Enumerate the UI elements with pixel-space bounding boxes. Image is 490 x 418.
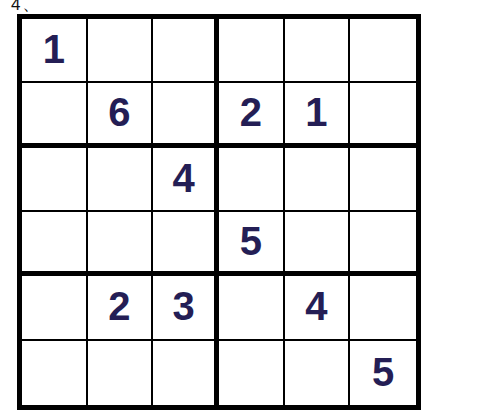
cell-r1c1[interactable]: 1 (22, 19, 88, 83)
puzzle-page: 4、 1621452345 (0, 0, 490, 418)
cell-r4c4[interactable]: 5 (219, 212, 285, 276)
cell-r5c6[interactable] (350, 276, 416, 340)
cell-r1c4[interactable] (219, 19, 285, 83)
cell-r2c1[interactable] (22, 83, 88, 147)
cell-r4c3[interactable] (153, 212, 219, 276)
cell-r1c5[interactable] (285, 19, 351, 83)
cell-r5c4[interactable] (219, 276, 285, 340)
cell-r2c2[interactable]: 6 (88, 83, 154, 147)
given-digit: 4 (173, 158, 195, 198)
given-digit: 4 (305, 286, 327, 326)
cell-r3c6[interactable] (350, 148, 416, 212)
given-digit: 3 (173, 286, 195, 326)
cell-r4c2[interactable] (88, 212, 154, 276)
cell-r6c2[interactable] (88, 341, 154, 405)
given-digit: 2 (240, 92, 262, 132)
cell-r4c6[interactable] (350, 212, 416, 276)
cell-r6c6[interactable]: 5 (350, 341, 416, 405)
given-digit: 5 (372, 352, 394, 392)
cell-r5c2[interactable]: 2 (88, 276, 154, 340)
given-digit: 1 (43, 29, 65, 69)
cell-r6c3[interactable] (153, 341, 219, 405)
given-digit: 5 (240, 221, 262, 261)
given-digit: 2 (108, 286, 130, 326)
cell-r4c5[interactable] (285, 212, 351, 276)
cell-r2c4[interactable]: 2 (219, 83, 285, 147)
cell-r3c3[interactable]: 4 (153, 148, 219, 212)
cell-r1c2[interactable] (88, 19, 154, 83)
cell-r3c1[interactable] (22, 148, 88, 212)
cell-r2c3[interactable] (153, 83, 219, 147)
cell-r1c3[interactable] (153, 19, 219, 83)
cell-r1c6[interactable] (350, 19, 416, 83)
cell-r5c5[interactable]: 4 (285, 276, 351, 340)
cell-r4c1[interactable] (22, 212, 88, 276)
cell-r2c6[interactable] (350, 83, 416, 147)
cell-r6c1[interactable] (22, 341, 88, 405)
given-digit: 6 (108, 92, 130, 132)
cell-r5c3[interactable]: 3 (153, 276, 219, 340)
given-digit: 1 (305, 92, 327, 132)
cell-r3c2[interactable] (88, 148, 154, 212)
cell-r6c5[interactable] (285, 341, 351, 405)
cell-r6c4[interactable] (219, 341, 285, 405)
cell-r5c1[interactable] (22, 276, 88, 340)
cell-r3c4[interactable] (219, 148, 285, 212)
sudoku-board: 1621452345 (17, 14, 421, 410)
cell-r3c5[interactable] (285, 148, 351, 212)
cell-r2c5[interactable]: 1 (285, 83, 351, 147)
